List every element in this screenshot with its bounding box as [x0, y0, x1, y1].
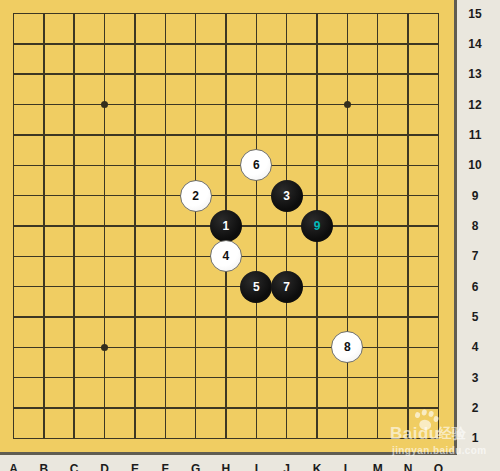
move-number: 8: [344, 341, 351, 353]
stone-white-4: 4: [210, 240, 242, 272]
row-label-3: 3: [457, 371, 493, 385]
column-label-B: B: [30, 462, 58, 471]
grid-line-vertical: [438, 13, 440, 439]
grid-line-horizontal: [13, 407, 439, 409]
row-label-15: 15: [457, 7, 493, 21]
stone-black-3: 3: [271, 180, 303, 212]
paw-icon: [412, 408, 440, 435]
column-label-J: J: [273, 462, 301, 471]
stone-white-8: 8: [331, 331, 363, 363]
row-label-10: 10: [457, 158, 493, 172]
column-label-A: A: [0, 462, 28, 471]
grid-line-horizontal: [13, 316, 439, 318]
star-point: [101, 344, 108, 351]
grid-line-horizontal: [13, 286, 439, 288]
stone-white-2: 2: [180, 180, 212, 212]
watermark-brand-suffix: 经验: [438, 425, 466, 443]
row-label-14: 14: [457, 37, 493, 51]
star-point: [101, 101, 108, 108]
row-label-12: 12: [457, 98, 493, 112]
stone-black-7: 7: [271, 271, 303, 303]
move-number: 3: [283, 190, 290, 202]
row-label-6: 6: [457, 280, 493, 294]
row-label-7: 7: [457, 249, 493, 263]
grid-line-vertical: [347, 13, 349, 439]
grid-line-vertical: [407, 13, 409, 439]
column-label-F: F: [151, 462, 179, 471]
move-number: 7: [283, 281, 290, 293]
grid-line-horizontal: [13, 347, 439, 349]
move-number: 6: [253, 159, 260, 171]
move-number: 2: [192, 190, 199, 202]
stone-black-1: 1: [210, 210, 242, 242]
row-label-5: 5: [457, 310, 493, 324]
go-diagram-page: 123456789 151413121110987654321 ABCDEFGH…: [0, 0, 500, 471]
grid-line-vertical: [256, 13, 258, 439]
watermark-brand-line: Baidu 经验: [388, 412, 498, 442]
grid-line-vertical: [286, 13, 288, 439]
column-label-D: D: [91, 462, 119, 471]
stone-black-9: 9: [301, 210, 333, 242]
move-number: 1: [223, 220, 230, 232]
grid-line-horizontal: [13, 438, 439, 440]
star-point: [344, 101, 351, 108]
grid-line-horizontal: [13, 377, 439, 379]
column-label-H: H: [212, 462, 240, 471]
column-label-O: O: [424, 462, 452, 471]
watermark: Baidu 经验 jingyan.baidu.com: [388, 412, 498, 456]
row-label-9: 9: [457, 189, 493, 203]
row-label-13: 13: [457, 67, 493, 81]
grid-line-vertical: [377, 13, 379, 439]
column-label-M: M: [364, 462, 392, 471]
row-label-4: 4: [457, 340, 493, 354]
move-number: 9: [314, 220, 321, 232]
stone-white-6: 6: [240, 149, 272, 181]
column-label-E: E: [121, 462, 149, 471]
move-number: 5: [253, 281, 260, 293]
row-label-8: 8: [457, 219, 493, 233]
go-board: 123456789: [0, 0, 457, 455]
column-label-N: N: [394, 462, 422, 471]
move-number: 4: [223, 250, 230, 262]
column-label-K: K: [303, 462, 331, 471]
column-label-L: L: [333, 462, 361, 471]
column-label-C: C: [60, 462, 88, 471]
watermark-url: jingyan.baidu.com: [388, 445, 498, 456]
column-label-I: I: [242, 462, 270, 471]
row-label-11: 11: [457, 128, 493, 142]
stone-black-5: 5: [240, 271, 272, 303]
column-label-G: G: [182, 462, 210, 471]
